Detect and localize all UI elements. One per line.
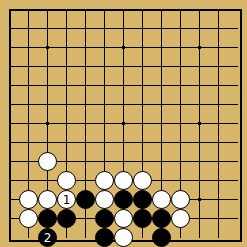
white-stone xyxy=(95,171,114,190)
black-stone xyxy=(95,228,114,247)
black-stone xyxy=(57,209,76,228)
white-stone: 1 xyxy=(57,190,76,209)
white-stone xyxy=(38,152,57,171)
white-stone xyxy=(152,190,171,209)
white-stone xyxy=(171,190,190,209)
go-board[interactable]: 12 xyxy=(0,0,247,247)
black-stone xyxy=(133,209,152,228)
white-stone xyxy=(114,171,133,190)
white-stone xyxy=(114,209,133,228)
move-number-label: 1 xyxy=(63,194,71,206)
black-stone xyxy=(95,209,114,228)
black-stone xyxy=(152,209,171,228)
white-stone xyxy=(19,190,38,209)
white-stone xyxy=(171,209,190,228)
black-stone xyxy=(133,190,152,209)
white-stone xyxy=(95,190,114,209)
black-stone xyxy=(114,190,133,209)
black-stone xyxy=(152,228,171,247)
white-stone xyxy=(38,190,57,209)
black-stone: 2 xyxy=(38,228,57,247)
white-stone xyxy=(57,171,76,190)
stones-layer: 12 xyxy=(0,0,247,247)
white-stone xyxy=(114,228,133,247)
white-stone xyxy=(133,171,152,190)
move-number-label: 2 xyxy=(44,232,52,244)
black-stone xyxy=(38,209,57,228)
white-stone xyxy=(19,209,38,228)
black-stone xyxy=(76,190,95,209)
